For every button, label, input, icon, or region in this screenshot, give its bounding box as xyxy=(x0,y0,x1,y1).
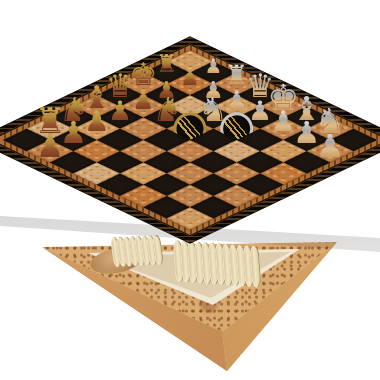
brass-rook-glyph: ♜ xyxy=(156,53,178,77)
chess-set-photo: ♟♜♛♚♝♞♜♟♟♟♟♟♟♟♚♟♞♛♟♞♝♟♞♟♜♟♟ xyxy=(0,0,380,380)
silver-rook-glyph: ♜ xyxy=(225,63,249,90)
checker-stack-right xyxy=(175,240,262,288)
checker-stack-left xyxy=(113,235,163,267)
